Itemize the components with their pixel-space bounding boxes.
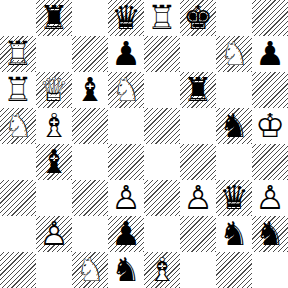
chess-board: ♜♛♜♖♚♜♖♟♞♘♟♜♖♛♕♝♞♘♜♞♘♝♗♞♚♔♝♟♙♟♙♛♟♙♟♙♟♞♞♞… <box>0 0 288 288</box>
square-b8[interactable]: ♜ <box>36 0 72 36</box>
square-h2[interactable]: ♞ <box>252 216 288 252</box>
piece-glyph: ♙ <box>108 180 144 216</box>
piece-glyph: ♞ <box>216 216 252 252</box>
square-g1[interactable] <box>216 252 252 288</box>
piece-black-knight: ♞ <box>252 216 288 252</box>
square-a1[interactable] <box>0 252 36 288</box>
piece-glyph: ♙ <box>180 180 216 216</box>
square-e7[interactable] <box>144 36 180 72</box>
square-c2[interactable] <box>72 216 108 252</box>
piece-white-pawn: ♟♙ <box>108 180 144 216</box>
piece-glyph: ♟ <box>108 36 144 72</box>
square-b3[interactable] <box>36 180 72 216</box>
piece-glyph: ♘ <box>216 36 252 72</box>
piece-glyph: ♘ <box>72 252 108 288</box>
chess-board-window: ♜♛♜♖♚♜♖♟♞♘♟♜♖♛♕♝♞♘♜♞♘♝♗♞♚♔♝♟♙♟♙♛♟♙♟♙♟♞♞♞… <box>0 0 288 288</box>
square-a7[interactable]: ♜♖ <box>0 36 36 72</box>
piece-glyph: ♖ <box>0 36 36 72</box>
square-e3[interactable] <box>144 180 180 216</box>
piece-black-pawn: ♟ <box>108 216 144 252</box>
piece-glyph: ♜ <box>36 0 72 36</box>
square-g4[interactable] <box>216 144 252 180</box>
piece-glyph: ♛ <box>108 0 144 36</box>
square-b2[interactable]: ♟♙ <box>36 216 72 252</box>
piece-white-pawn: ♟♙ <box>252 180 288 216</box>
square-h3[interactable]: ♟♙ <box>252 180 288 216</box>
square-c3[interactable] <box>72 180 108 216</box>
piece-glyph: ♗ <box>36 108 72 144</box>
piece-black-bishop: ♝ <box>72 72 108 108</box>
piece-white-knight: ♞♘ <box>216 36 252 72</box>
square-f3[interactable]: ♟♙ <box>180 180 216 216</box>
piece-glyph: ♘ <box>108 72 144 108</box>
piece-white-bishop: ♝♗ <box>144 252 180 288</box>
piece-black-pawn: ♟ <box>252 36 288 72</box>
square-g8[interactable] <box>216 0 252 36</box>
piece-glyph: ♝ <box>72 72 108 108</box>
square-b4[interactable]: ♝ <box>36 144 72 180</box>
square-c1[interactable]: ♞♘ <box>72 252 108 288</box>
piece-glyph: ♟ <box>252 36 288 72</box>
square-f1[interactable] <box>180 252 216 288</box>
square-a6[interactable]: ♜♖ <box>0 72 36 108</box>
piece-glyph: ♙ <box>252 180 288 216</box>
piece-glyph: ♟ <box>108 216 144 252</box>
square-h7[interactable]: ♟ <box>252 36 288 72</box>
piece-glyph: ♛ <box>216 180 252 216</box>
square-b5[interactable]: ♝♗ <box>36 108 72 144</box>
square-a4[interactable] <box>0 144 36 180</box>
piece-white-knight: ♞♘ <box>108 72 144 108</box>
square-h8[interactable] <box>252 0 288 36</box>
square-f2[interactable] <box>180 216 216 252</box>
piece-glyph: ♗ <box>144 252 180 288</box>
square-d3[interactable]: ♟♙ <box>108 180 144 216</box>
square-g6[interactable] <box>216 72 252 108</box>
piece-glyph: ♙ <box>36 216 72 252</box>
piece-glyph: ♔ <box>252 108 288 144</box>
square-h6[interactable] <box>252 72 288 108</box>
square-b1[interactable] <box>36 252 72 288</box>
square-d4[interactable] <box>108 144 144 180</box>
square-e1[interactable]: ♝♗ <box>144 252 180 288</box>
square-h4[interactable] <box>252 144 288 180</box>
square-d6[interactable]: ♞♘ <box>108 72 144 108</box>
square-g5[interactable]: ♞ <box>216 108 252 144</box>
piece-black-queen: ♛ <box>216 180 252 216</box>
piece-white-bishop: ♝♗ <box>36 108 72 144</box>
square-a2[interactable] <box>0 216 36 252</box>
piece-glyph: ♞ <box>216 108 252 144</box>
square-b6[interactable]: ♛♕ <box>36 72 72 108</box>
piece-white-knight: ♞♘ <box>72 252 108 288</box>
square-d7[interactable]: ♟ <box>108 36 144 72</box>
square-h1[interactable] <box>252 252 288 288</box>
square-c5[interactable] <box>72 108 108 144</box>
piece-white-pawn: ♟♙ <box>36 216 72 252</box>
piece-black-pawn: ♟ <box>108 36 144 72</box>
square-e4[interactable] <box>144 144 180 180</box>
square-b7[interactable] <box>36 36 72 72</box>
piece-black-knight: ♞ <box>108 252 144 288</box>
square-f8[interactable]: ♚ <box>180 0 216 36</box>
piece-glyph: ♘ <box>0 108 36 144</box>
square-d5[interactable] <box>108 108 144 144</box>
piece-black-king: ♚ <box>180 0 216 36</box>
square-c8[interactable] <box>72 0 108 36</box>
square-g2[interactable]: ♞ <box>216 216 252 252</box>
square-g7[interactable]: ♞♘ <box>216 36 252 72</box>
square-f6[interactable]: ♜ <box>180 72 216 108</box>
piece-glyph: ♞ <box>252 216 288 252</box>
square-a5[interactable]: ♞♘ <box>0 108 36 144</box>
square-e8[interactable]: ♜♖ <box>144 0 180 36</box>
square-a8[interactable] <box>0 0 36 36</box>
piece-glyph: ♖ <box>144 0 180 36</box>
square-c6[interactable]: ♝ <box>72 72 108 108</box>
square-c7[interactable] <box>72 36 108 72</box>
piece-glyph: ♕ <box>36 72 72 108</box>
piece-glyph: ♚ <box>180 0 216 36</box>
piece-black-knight: ♞ <box>216 216 252 252</box>
square-d8[interactable]: ♛ <box>108 0 144 36</box>
piece-white-queen: ♛♕ <box>36 72 72 108</box>
square-a3[interactable] <box>0 180 36 216</box>
square-d2[interactable]: ♟ <box>108 216 144 252</box>
square-e2[interactable] <box>144 216 180 252</box>
piece-black-rook: ♜ <box>36 0 72 36</box>
piece-white-knight: ♞♘ <box>0 108 36 144</box>
square-f5[interactable] <box>180 108 216 144</box>
square-h5[interactable]: ♚♔ <box>252 108 288 144</box>
piece-black-knight: ♞ <box>216 108 252 144</box>
piece-glyph: ♞ <box>108 252 144 288</box>
piece-glyph: ♝ <box>36 144 72 180</box>
piece-glyph: ♜ <box>180 72 216 108</box>
square-e6[interactable] <box>144 72 180 108</box>
piece-white-rook: ♜♖ <box>144 0 180 36</box>
square-e5[interactable] <box>144 108 180 144</box>
piece-black-bishop: ♝ <box>36 144 72 180</box>
piece-black-rook: ♜ <box>180 72 216 108</box>
square-f4[interactable] <box>180 144 216 180</box>
piece-white-pawn: ♟♙ <box>180 180 216 216</box>
piece-white-rook: ♜♖ <box>0 72 36 108</box>
piece-white-rook: ♜♖ <box>0 36 36 72</box>
square-f7[interactable] <box>180 36 216 72</box>
square-g3[interactable]: ♛ <box>216 180 252 216</box>
square-c4[interactable] <box>72 144 108 180</box>
piece-white-king: ♚♔ <box>252 108 288 144</box>
piece-glyph: ♖ <box>0 72 36 108</box>
square-d1[interactable]: ♞ <box>108 252 144 288</box>
piece-black-queen: ♛ <box>108 0 144 36</box>
